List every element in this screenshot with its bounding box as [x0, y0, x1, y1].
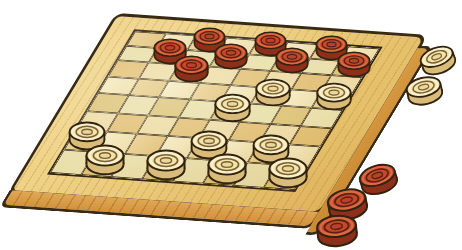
- offboard-red-checker-3[interactable]: [314, 212, 359, 250]
- red-checker-r2c2[interactable]: [174, 55, 209, 83]
- cream-checker-r7c3[interactable]: [146, 149, 186, 181]
- cream-checker-r7c1[interactable]: [85, 144, 125, 176]
- cream-checker-r7c7[interactable]: [268, 157, 308, 189]
- cream-checker-r4c4[interactable]: [214, 93, 251, 123]
- checkers-illustration: [0, 0, 462, 250]
- red-checker-r1c3[interactable]: [214, 43, 248, 70]
- cream-checker-r7c5[interactable]: [207, 153, 247, 185]
- red-checker-r1c7[interactable]: [337, 51, 371, 78]
- pieces-layer: [0, 0, 462, 250]
- cream-checker-r3c5[interactable]: [255, 78, 291, 107]
- red-checker-r1c5[interactable]: [275, 47, 309, 74]
- offboard-cream-checker-2[interactable]: [403, 72, 446, 110]
- cream-checker-r3c7[interactable]: [316, 82, 352, 111]
